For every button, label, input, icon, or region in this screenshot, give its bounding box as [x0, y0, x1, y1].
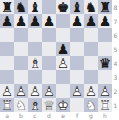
square-d7[interactable]: ♟♟ — [42, 14, 56, 28]
square-f1[interactable] — [70, 98, 84, 112]
square-a6[interactable] — [0, 28, 14, 42]
piece-glyph-outline: ♔ — [56, 98, 70, 112]
piece-bR-h8[interactable]: ♜♜ — [98, 0, 112, 14]
square-a7[interactable]: ♟♟ — [0, 14, 14, 28]
square-e1[interactable]: ♚♔ — [56, 98, 70, 112]
rank-labels: 87654321 — [112, 0, 119, 112]
piece-wN-g1[interactable]: ♞♘ — [84, 98, 98, 112]
rank-label-1: 1 — [112, 98, 119, 112]
square-e8[interactable]: ♚♚ — [56, 0, 70, 14]
piece-glyph-outline: ♟ — [14, 14, 28, 28]
piece-glyph-outline: ♟ — [28, 14, 42, 28]
piece-wQ-d1[interactable]: ♛♕ — [42, 98, 56, 112]
piece-wP-f2[interactable]: ♟♙ — [70, 84, 84, 98]
rank-label-7: 7 — [112, 14, 119, 28]
square-h1[interactable]: ♜♖ — [98, 98, 112, 112]
square-b3[interactable] — [14, 70, 28, 84]
piece-glyph-outline: ♟ — [42, 14, 56, 28]
rank-label-6: 6 — [112, 28, 119, 42]
piece-wP-b2[interactable]: ♟♙ — [14, 84, 28, 98]
square-g1[interactable]: ♞♘ — [84, 98, 98, 112]
square-e4[interactable]: ♟♙ — [56, 56, 70, 70]
piece-glyph-outline: ♟ — [84, 14, 98, 28]
square-b8[interactable]: ♞♞ — [14, 0, 28, 14]
square-e7[interactable] — [56, 14, 70, 28]
piece-wK-e1[interactable]: ♚♔ — [56, 98, 70, 112]
square-e2[interactable] — [56, 84, 70, 98]
piece-bK-e8[interactable]: ♚♚ — [56, 0, 70, 14]
piece-glyph-outline: ♞ — [84, 0, 98, 14]
piece-bP-d7[interactable]: ♟♟ — [42, 14, 56, 28]
file-label-g: g — [84, 112, 98, 120]
piece-glyph-outline: ♚ — [56, 0, 70, 14]
square-g6[interactable] — [84, 28, 98, 42]
square-d5[interactable] — [42, 42, 56, 56]
piece-bP-h7[interactable]: ♟♟ — [98, 14, 112, 28]
square-g2[interactable]: ♟♙ — [84, 84, 98, 98]
square-a4[interactable] — [0, 56, 14, 70]
square-b1[interactable]: ♞♘ — [14, 98, 28, 112]
piece-glyph-outline: ♗ — [28, 56, 42, 70]
square-a2[interactable]: ♟♙ — [0, 84, 14, 98]
square-g4[interactable] — [84, 56, 98, 70]
square-b6[interactable] — [14, 28, 28, 42]
square-g5[interactable] — [84, 42, 98, 56]
piece-glyph-outline: ♝ — [70, 0, 84, 14]
square-d1[interactable]: ♛♕ — [42, 98, 56, 112]
piece-glyph-outline: ♖ — [98, 98, 112, 112]
rank-label-3: 3 — [112, 70, 119, 84]
piece-bB-f8[interactable]: ♝♝ — [70, 0, 84, 14]
square-c3[interactable] — [28, 70, 42, 84]
piece-bN-g8[interactable]: ♞♞ — [84, 0, 98, 14]
square-a5[interactable] — [0, 42, 14, 56]
square-c4[interactable]: ♝♗ — [28, 56, 42, 70]
square-d4[interactable] — [42, 56, 56, 70]
square-g7[interactable]: ♟♟ — [84, 14, 98, 28]
square-h5[interactable] — [98, 42, 112, 56]
piece-bR-a8[interactable]: ♜♜ — [0, 0, 14, 14]
piece-glyph-outline: ♘ — [14, 98, 28, 112]
square-c5[interactable] — [28, 42, 42, 56]
piece-glyph-outline: ♝ — [28, 0, 42, 14]
piece-glyph-outline: ♙ — [0, 84, 14, 98]
square-c1[interactable]: ♝♗ — [28, 98, 42, 112]
piece-glyph-outline: ♟ — [70, 14, 84, 28]
file-labels: abcdefgh — [0, 112, 112, 120]
piece-glyph-outline: ♙ — [56, 56, 70, 70]
rank-label-2: 2 — [112, 84, 119, 98]
file-label-d: d — [42, 112, 56, 120]
file-label-e: e — [56, 112, 70, 120]
piece-glyph-outline: ♙ — [84, 84, 98, 98]
square-a8[interactable]: ♜♜ — [0, 0, 14, 14]
piece-glyph-outline: ♜ — [98, 0, 112, 14]
piece-bP-a7[interactable]: ♟♟ — [0, 14, 14, 28]
piece-bP-b7[interactable]: ♟♟ — [14, 14, 28, 28]
piece-wP-g2[interactable]: ♟♙ — [84, 84, 98, 98]
square-h8[interactable]: ♜♜ — [98, 0, 112, 14]
chess-board: ♜♜♞♞♝♝♚♚♝♝♞♞♜♜♟♟♟♟♟♟♟♟♟♟♟♟♟♟♟♟♝♗♟♙♛♛♟♙♟♙… — [0, 0, 112, 112]
square-d6[interactable] — [42, 28, 56, 42]
piece-wP-e4[interactable]: ♟♙ — [56, 56, 70, 70]
square-f7[interactable]: ♟♟ — [70, 14, 84, 28]
square-e5[interactable]: ♟♟ — [56, 42, 70, 56]
piece-bP-f7[interactable]: ♟♟ — [70, 14, 84, 28]
square-f4[interactable] — [70, 56, 84, 70]
piece-glyph-outline: ♟ — [0, 14, 14, 28]
piece-bN-b8[interactable]: ♞♞ — [14, 0, 28, 14]
piece-glyph-outline: ♙ — [14, 84, 28, 98]
square-h4[interactable]: ♛♛ — [98, 56, 112, 70]
piece-wB-c1[interactable]: ♝♗ — [28, 98, 42, 112]
square-b5[interactable] — [14, 42, 28, 56]
square-h3[interactable] — [98, 70, 112, 84]
piece-glyph-outline: ♕ — [42, 98, 56, 112]
rank-label-8: 8 — [112, 0, 119, 14]
square-c7[interactable]: ♟♟ — [28, 14, 42, 28]
square-d2[interactable]: ♟♙ — [42, 84, 56, 98]
piece-wP-a2[interactable]: ♟♙ — [0, 84, 14, 98]
square-a3[interactable] — [0, 70, 14, 84]
square-g8[interactable]: ♞♞ — [84, 0, 98, 14]
square-c8[interactable]: ♝♝ — [28, 0, 42, 14]
piece-glyph-outline: ♖ — [0, 98, 14, 112]
square-f2[interactable]: ♟♙ — [70, 84, 84, 98]
piece-glyph-outline: ♟ — [56, 42, 70, 56]
piece-glyph-outline: ♙ — [28, 84, 42, 98]
piece-wP-c2[interactable]: ♟♙ — [28, 84, 42, 98]
piece-bQ-h4[interactable]: ♛♛ — [98, 56, 112, 70]
piece-glyph-outline: ♙ — [42, 84, 56, 98]
square-d3[interactable] — [42, 70, 56, 84]
square-a1[interactable]: ♜♖ — [0, 98, 14, 112]
square-e3[interactable] — [56, 70, 70, 84]
square-f8[interactable]: ♝♝ — [70, 0, 84, 14]
chess-diagram: ♜♜♞♞♝♝♚♚♝♝♞♞♜♜♟♟♟♟♟♟♟♟♟♟♟♟♟♟♟♟♝♗♟♙♛♛♟♙♟♙… — [0, 0, 119, 120]
piece-wR-h1[interactable]: ♜♖ — [98, 98, 112, 112]
piece-glyph-outline: ♙ — [70, 84, 84, 98]
piece-bB-c8[interactable]: ♝♝ — [28, 0, 42, 14]
square-g3[interactable] — [84, 70, 98, 84]
square-h7[interactable]: ♟♟ — [98, 14, 112, 28]
file-label-b: b — [14, 112, 28, 120]
piece-bP-e5[interactable]: ♟♟ — [56, 42, 70, 56]
piece-wB-c4[interactable]: ♝♗ — [28, 56, 42, 70]
piece-glyph-outline: ♗ — [28, 98, 42, 112]
square-h6[interactable] — [98, 28, 112, 42]
piece-bP-c7[interactable]: ♟♟ — [28, 14, 42, 28]
piece-glyph-outline: ♟ — [98, 14, 112, 28]
file-label-a: a — [0, 112, 14, 120]
square-e6[interactable] — [56, 28, 70, 42]
piece-wP-h2[interactable]: ♟♙ — [98, 84, 112, 98]
piece-bP-g7[interactable]: ♟♟ — [84, 14, 98, 28]
square-f3[interactable] — [70, 70, 84, 84]
file-label-f: f — [70, 112, 84, 120]
file-label-c: c — [28, 112, 42, 120]
square-h2[interactable]: ♟♙ — [98, 84, 112, 98]
piece-glyph-outline: ♞ — [14, 0, 28, 14]
piece-wP-d2[interactable]: ♟♙ — [42, 84, 56, 98]
square-c2[interactable]: ♟♙ — [28, 84, 42, 98]
square-b7[interactable]: ♟♟ — [14, 14, 28, 28]
piece-glyph-outline: ♙ — [98, 84, 112, 98]
piece-wN-b1[interactable]: ♞♘ — [14, 98, 28, 112]
square-b2[interactable]: ♟♙ — [14, 84, 28, 98]
piece-glyph-outline: ♛ — [98, 56, 112, 70]
square-f5[interactable] — [70, 42, 84, 56]
piece-glyph-outline: ♜ — [0, 0, 14, 14]
square-c6[interactable] — [28, 28, 42, 42]
piece-wR-a1[interactable]: ♜♖ — [0, 98, 14, 112]
square-f6[interactable] — [70, 28, 84, 42]
piece-glyph-outline: ♘ — [84, 98, 98, 112]
square-d8[interactable] — [42, 0, 56, 14]
rank-label-5: 5 — [112, 42, 119, 56]
square-b4[interactable] — [14, 56, 28, 70]
file-label-h: h — [98, 112, 112, 120]
rank-label-4: 4 — [112, 56, 119, 70]
